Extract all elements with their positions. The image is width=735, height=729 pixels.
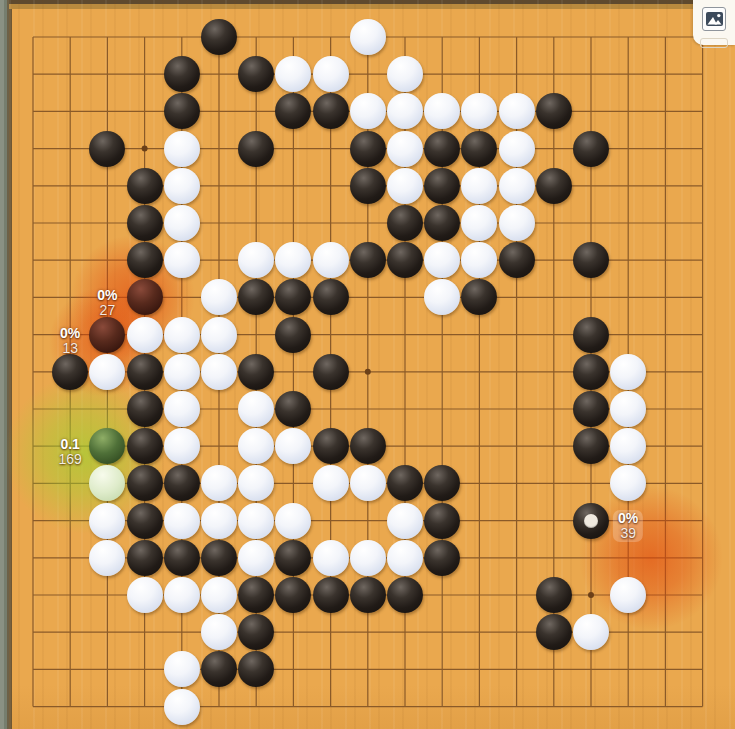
black-stone xyxy=(536,577,572,613)
white-stone xyxy=(164,354,200,390)
last-move-marker xyxy=(584,514,598,528)
white-stone xyxy=(89,354,125,390)
white-stone xyxy=(313,56,349,92)
black-stone xyxy=(424,168,460,204)
black-stone xyxy=(573,391,609,427)
black-stone xyxy=(238,131,274,167)
white-stone xyxy=(164,317,200,353)
black-stone xyxy=(89,317,125,353)
white-stone xyxy=(499,205,535,241)
white-stone xyxy=(164,205,200,241)
white-stone xyxy=(350,540,386,576)
black-stone xyxy=(238,577,274,613)
white-stone xyxy=(499,168,535,204)
white-stone xyxy=(350,93,386,129)
white-stone xyxy=(313,465,349,501)
black-stone xyxy=(313,279,349,315)
black-stone xyxy=(313,577,349,613)
black-stone xyxy=(350,242,386,278)
white-stone xyxy=(387,540,423,576)
analysis-label: 0%27 xyxy=(97,288,117,318)
black-stone xyxy=(275,540,311,576)
analysis-label: 0%39 xyxy=(613,510,643,542)
black-stone xyxy=(573,428,609,464)
black-stone xyxy=(573,242,609,278)
image-tool-button[interactable] xyxy=(702,7,726,31)
analysis-label: 0%13 xyxy=(60,326,80,356)
black-stone xyxy=(201,19,237,55)
black-stone xyxy=(127,279,163,315)
image-icon xyxy=(706,12,723,26)
black-stone xyxy=(350,131,386,167)
white-stone xyxy=(89,540,125,576)
black-stone xyxy=(350,428,386,464)
black-stone xyxy=(164,93,200,129)
white-stone xyxy=(201,317,237,353)
star-point xyxy=(365,369,371,375)
black-stone xyxy=(127,465,163,501)
winrate-text: 0% xyxy=(618,511,638,526)
black-stone xyxy=(164,540,200,576)
white-stone xyxy=(238,503,274,539)
white-stone xyxy=(164,391,200,427)
white-stone xyxy=(238,540,274,576)
black-stone xyxy=(127,242,163,278)
white-stone xyxy=(313,242,349,278)
black-stone xyxy=(127,205,163,241)
white-stone xyxy=(499,131,535,167)
black-stone xyxy=(313,354,349,390)
white-stone xyxy=(610,577,646,613)
white-stone xyxy=(164,131,200,167)
white-stone xyxy=(164,428,200,464)
black-stone xyxy=(573,131,609,167)
black-stone xyxy=(275,317,311,353)
visits-text: 27 xyxy=(97,303,117,318)
white-stone xyxy=(164,651,200,687)
black-stone xyxy=(536,93,572,129)
black-stone xyxy=(127,354,163,390)
white-stone xyxy=(164,577,200,613)
black-stone xyxy=(573,354,609,390)
black-stone xyxy=(201,540,237,576)
white-stone xyxy=(387,56,423,92)
visits-text: 39 xyxy=(618,526,638,541)
black-stone xyxy=(536,614,572,650)
black-stone xyxy=(313,93,349,129)
white-stone xyxy=(164,503,200,539)
white-stone xyxy=(499,93,535,129)
black-stone xyxy=(313,428,349,464)
white-stone xyxy=(164,168,200,204)
black-stone xyxy=(424,205,460,241)
star-point xyxy=(142,146,148,152)
white-stone xyxy=(350,19,386,55)
white-stone xyxy=(461,168,497,204)
white-stone xyxy=(238,391,274,427)
white-stone xyxy=(89,503,125,539)
toolbar-panel xyxy=(693,0,735,45)
white-stone xyxy=(127,577,163,613)
black-stone xyxy=(164,465,200,501)
winrate-text: 0% xyxy=(97,288,117,303)
black-stone xyxy=(164,56,200,92)
black-stone xyxy=(536,168,572,204)
secondary-button-outline[interactable] xyxy=(700,38,728,48)
white-stone xyxy=(387,503,423,539)
black-stone xyxy=(238,354,274,390)
white-stone xyxy=(313,540,349,576)
black-stone xyxy=(127,503,163,539)
black-stone xyxy=(127,540,163,576)
white-stone xyxy=(275,503,311,539)
black-stone xyxy=(499,242,535,278)
white-stone xyxy=(387,131,423,167)
black-stone xyxy=(89,131,125,167)
black-stone xyxy=(424,540,460,576)
white-stone xyxy=(350,465,386,501)
white-stone xyxy=(387,168,423,204)
black-stone xyxy=(127,391,163,427)
analysis-label: 0.1169 xyxy=(59,437,82,467)
black-stone xyxy=(387,577,423,613)
black-stone xyxy=(387,205,423,241)
white-stone xyxy=(127,317,163,353)
star-point xyxy=(588,592,594,598)
black-stone xyxy=(424,503,460,539)
white-stone xyxy=(164,689,200,725)
white-stone xyxy=(610,354,646,390)
black-stone xyxy=(350,168,386,204)
go-review-screen: 0%270%130.11690%39 xyxy=(0,0,735,729)
winrate-text: 0.1 xyxy=(59,437,82,452)
white-stone xyxy=(573,614,609,650)
white-stone xyxy=(201,577,237,613)
black-stone xyxy=(387,242,423,278)
black-stone xyxy=(424,131,460,167)
black-stone xyxy=(573,317,609,353)
white-stone xyxy=(201,503,237,539)
black-stone xyxy=(350,577,386,613)
white-stone xyxy=(610,391,646,427)
black-stone xyxy=(127,168,163,204)
winrate-text: 0% xyxy=(60,326,80,341)
black-stone xyxy=(52,354,88,390)
visits-text: 169 xyxy=(59,452,82,467)
black-stone xyxy=(127,428,163,464)
visits-text: 13 xyxy=(60,341,80,356)
white-stone xyxy=(164,242,200,278)
black-stone xyxy=(461,131,497,167)
white-stone xyxy=(201,354,237,390)
white-stone xyxy=(201,614,237,650)
